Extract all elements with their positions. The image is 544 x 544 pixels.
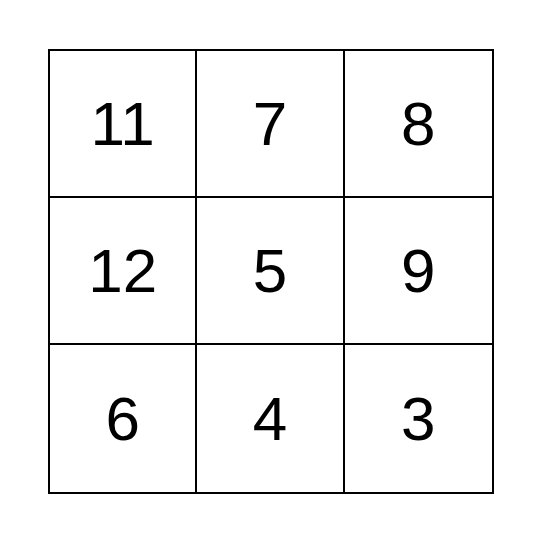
grid-cell-r2-c1[interactable]: 4: [197, 345, 344, 492]
grid-cell-r0-c1[interactable]: 7: [197, 51, 344, 198]
grid-cell-r0-c2[interactable]: 8: [345, 51, 492, 198]
grid-cell-r0-c0[interactable]: 11: [50, 51, 197, 198]
page-background: 11 7 8 12 5 9 6 4 3: [0, 0, 544, 544]
grid-cell-r2-c0[interactable]: 6: [50, 345, 197, 492]
grid-cell-r1-c2[interactable]: 9: [345, 198, 492, 345]
grid-cell-r1-c1[interactable]: 5: [197, 198, 344, 345]
grid-cell-r1-c0[interactable]: 12: [50, 198, 197, 345]
number-grid-board: 11 7 8 12 5 9 6 4 3: [48, 49, 494, 494]
grid-cell-r2-c2[interactable]: 3: [345, 345, 492, 492]
